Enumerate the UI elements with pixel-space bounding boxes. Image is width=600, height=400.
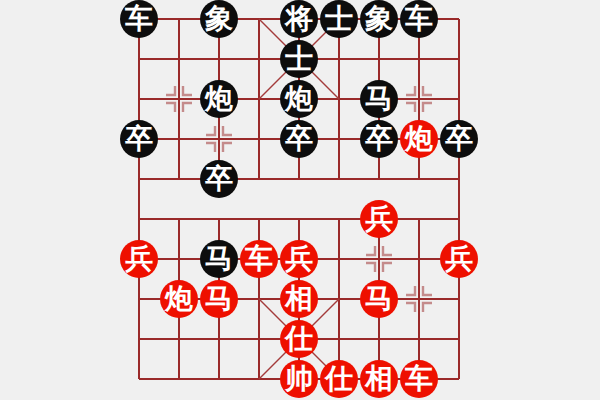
piece-red-horse[interactable]: 马: [360, 280, 398, 318]
piece-black-soldier[interactable]: 卒: [440, 120, 478, 158]
piece-black-horse[interactable]: 马: [200, 240, 238, 278]
piece-red-cannon[interactable]: 炮: [160, 280, 198, 318]
piece-red-chariot[interactable]: 车: [400, 360, 438, 398]
piece-black-advisor[interactable]: 士: [320, 0, 358, 38]
piece-red-cannon[interactable]: 炮: [400, 120, 438, 158]
piece-red-advisor[interactable]: 仕: [320, 360, 358, 398]
piece-red-chariot[interactable]: 车: [240, 240, 278, 278]
xiangqi-board: 车象将士象车士炮炮马卒卒卒炮卒卒兵兵马车兵兵炮马相马仕帅仕相车: [119, 0, 479, 399]
piece-black-general[interactable]: 将: [280, 0, 318, 38]
piece-black-soldier[interactable]: 卒: [280, 120, 318, 158]
piece-red-general[interactable]: 帅: [280, 360, 318, 398]
piece-black-chariot[interactable]: 车: [400, 0, 438, 38]
piece-red-advisor[interactable]: 仕: [280, 320, 318, 358]
piece-red-elephant[interactable]: 相: [280, 280, 318, 318]
piece-red-horse[interactable]: 马: [200, 280, 238, 318]
piece-red-soldier[interactable]: 兵: [280, 240, 318, 278]
piece-red-soldier[interactable]: 兵: [120, 240, 158, 278]
piece-black-cannon[interactable]: 炮: [280, 80, 318, 118]
xiangqi-board-area: 车象将士象车士炮炮马卒卒卒炮卒卒兵兵马车兵兵炮马相马仕帅仕相车: [0, 0, 600, 400]
piece-black-horse[interactable]: 马: [360, 80, 398, 118]
piece-black-soldier[interactable]: 卒: [200, 160, 238, 198]
piece-black-cannon[interactable]: 炮: [200, 80, 238, 118]
piece-black-chariot[interactable]: 车: [120, 0, 158, 38]
piece-black-advisor[interactable]: 士: [280, 40, 318, 78]
piece-black-soldier[interactable]: 卒: [360, 120, 398, 158]
piece-black-soldier[interactable]: 卒: [120, 120, 158, 158]
piece-red-soldier[interactable]: 兵: [360, 200, 398, 238]
piece-red-soldier[interactable]: 兵: [440, 240, 478, 278]
piece-black-elephant[interactable]: 象: [360, 0, 398, 38]
piece-black-elephant[interactable]: 象: [200, 0, 238, 38]
piece-red-elephant[interactable]: 相: [360, 360, 398, 398]
